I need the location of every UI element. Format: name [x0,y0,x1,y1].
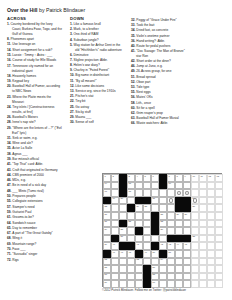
grid-cell[interactable]: 57 [103,273,111,281]
black-cell [127,242,135,250]
black-cell [127,204,135,212]
grid-cell[interactable]: 23 [103,204,111,212]
cell-number: 26 [192,205,195,208]
grid-cell[interactable]: 17 [103,189,111,197]
grid-cell[interactable]: 50 [151,250,159,258]
grid-cell[interactable]: 52 [103,258,111,266]
cell-number: 42 [160,243,163,246]
grid-cell[interactable] [183,227,191,235]
clue-number: 17. [7,64,12,68]
black-cell [167,235,175,243]
grid-cell[interactable] [167,189,175,197]
clue-number: 20. [7,84,12,88]
down-header: DOWN [70,16,84,21]
grid-cell[interactable] [199,242,207,250]
grid-cell[interactable] [215,212,223,220]
grid-cell[interactable] [127,273,135,281]
grid-cell[interactable] [151,258,159,266]
grid-cell[interactable] [143,227,151,235]
grid-cell[interactable]: 30 [183,212,191,220]
grid-cell[interactable] [199,197,207,205]
clue-number: 23. [7,95,12,99]
grid-cell[interactable]: 9 [183,174,191,182]
grid-cell[interactable] [199,227,207,235]
grid-cell[interactable] [207,220,215,228]
grid-cell[interactable]: 51 [167,250,175,258]
black-cell [135,227,143,235]
grid-cell[interactable] [175,250,183,258]
black-cell [151,242,159,250]
cell-number: 27 [104,213,107,216]
grid-cell[interactable] [159,204,167,212]
clue-item: 23. Where the Platte meets the Missouri [7,95,62,105]
across-header: ACROSS [7,16,26,21]
grid-cell[interactable] [135,273,143,281]
grid-cell[interactable] [159,280,167,288]
grid-cell[interactable]: 27 [103,212,111,220]
grid-cell[interactable] [127,258,135,266]
grid-cell[interactable] [183,182,191,190]
clue-item: 20. Baseball Hall of Famer, according to… [7,84,62,94]
clue-item: 15. Lassie : Timmy :: Astro : ___ [7,53,62,58]
grid-cell[interactable] [127,280,135,288]
grid-cell[interactable] [159,197,167,205]
puzzle-byline: by Patrick Blindauer [39,7,85,13]
grid-cell[interactable] [207,182,215,190]
grid-cell[interactable] [167,212,175,220]
grid-cell[interactable] [207,280,215,288]
grid-cell[interactable] [199,212,207,220]
grid-cell[interactable]: 60 [151,280,159,288]
grid-cell[interactable] [103,235,111,243]
grid-cell[interactable]: 11 [199,174,207,182]
grid-cell[interactable]: 34 [103,227,111,235]
grid-cell[interactable] [159,273,167,281]
grid-cell[interactable]: 15 [127,182,135,190]
grid-cell[interactable] [127,265,135,273]
grid-cell[interactable] [215,265,223,273]
clue-item: 17. Tennessee city named for an industri… [7,64,62,74]
grid-cell[interactable] [199,258,207,266]
grid-cell[interactable] [215,242,223,250]
clue-number: 33. [131,23,136,27]
clue-number: 70. [7,247,12,251]
grid-cell[interactable] [199,265,207,273]
grid-cell[interactable] [191,258,199,266]
clue-item: 30. Sense of self [70,120,125,125]
grid-cell[interactable] [143,220,151,228]
grid-cell[interactable] [111,227,119,235]
grid-cell[interactable]: 45 [183,242,191,250]
grid-cell[interactable] [215,258,223,266]
grid-cell[interactable] [183,280,191,288]
grid-cell[interactable] [119,258,127,266]
clue-item: 70. Faux ___ [7,247,62,252]
grid-cell[interactable]: 38 [191,235,199,243]
clue-number: 15. [7,53,12,57]
grid-cell[interactable] [111,258,119,266]
grid-cell[interactable] [215,220,223,228]
cell-number: 36 [160,228,163,231]
grid-cell[interactable] [175,265,183,273]
clue-item: 50. Prepares people [7,194,62,199]
grid-cell[interactable] [183,273,191,281]
clue-item: 42. Short order at the diner? [131,59,188,64]
grid-cell[interactable]: 49 [143,250,151,258]
grid-cell[interactable] [191,250,199,258]
grid-cell[interactable] [135,182,143,190]
grid-cell[interactable] [111,212,119,220]
grid-cell[interactable] [167,258,175,266]
black-cell [143,280,151,288]
clue-number: 46. [7,178,12,182]
clue-number: 8. [70,63,74,67]
cell-number: 2 [112,175,113,178]
grid-cell[interactable] [215,273,223,281]
grid-cell[interactable]: 14 [103,182,111,190]
grid-cell[interactable] [119,265,127,273]
clue-number: 21. [70,94,75,98]
grid-cell[interactable]: 16 [167,182,175,190]
grid-cell[interactable] [167,227,175,235]
clue-item: 22. Tiny bit [70,99,125,104]
clue-number: 48. [7,189,12,193]
grid-cell[interactable] [167,280,175,288]
clue-item: 60. Sit for a spell [131,106,188,111]
clue-number: 29. [70,115,75,119]
grid-cell[interactable]: 41 [135,242,143,250]
grid-cell[interactable] [199,250,207,258]
grid-cell[interactable]: 21 [151,197,159,205]
grid-cell[interactable] [127,212,135,220]
grid-cell[interactable]: 46 [111,250,119,258]
grid-cell[interactable]: 29 [175,212,183,220]
grid-cell[interactable] [175,220,183,228]
cell-number: 30 [184,213,187,216]
grid-cell[interactable]: 33 [159,220,167,228]
cell-number: 49 [144,251,147,254]
black-cell [119,174,127,182]
black-cell [135,197,143,205]
grid-cell[interactable]: 8 [175,174,183,182]
black-cell [135,250,143,258]
grid-cell[interactable] [111,273,119,281]
clue-item: 18. Heavenly homes [7,74,62,79]
grid-cell[interactable] [151,235,159,243]
grid-cell[interactable]: 44 [175,242,183,250]
cell-number: 48 [128,251,131,254]
grid-cell[interactable]: 55 [103,265,111,273]
grid-cell[interactable] [207,212,215,220]
grid-cell[interactable] [191,220,199,228]
grid-cell[interactable] [111,280,119,288]
grid-cell[interactable] [191,212,199,220]
clue-item: 52. Oboe part [131,80,188,85]
clue-item: 34. Dried fast, as concrete [131,28,188,33]
clue-item: 61. Grooms-to-be? [7,215,62,220]
clue-item: 24. Tiny islets / [Constructiveness resu… [7,105,62,115]
grid-cell[interactable] [199,189,207,197]
grid-cell[interactable] [207,258,215,266]
clue-item: 1. Country bordered by the Ivory Coast, … [7,22,62,37]
grid-cell[interactable]: 59 [103,280,111,288]
grid-cell[interactable] [175,258,183,266]
cell-number: 8 [176,175,177,178]
grid-cell[interactable] [135,212,143,220]
grid-cell[interactable] [199,280,207,288]
grid-cell[interactable] [191,182,199,190]
cell-number: 32 [128,220,131,223]
grid-cell[interactable] [143,235,151,243]
grid-cell[interactable] [175,273,183,281]
grid-cell[interactable]: 2 [111,174,119,182]
grid-cell[interactable] [191,280,199,288]
clue-item: 32. Peggy of "Grace Under Fire" [131,18,188,23]
clue-number: 67. [7,231,12,235]
clue-number: 50. [7,194,12,198]
clue-number: 47. [7,183,12,187]
grid-cell[interactable]: 53 [135,258,143,266]
clue-item: 72. Rigs [7,258,62,263]
cell-number: 17 [104,190,107,193]
grid-cell[interactable] [207,204,215,212]
clue-number: 3. [70,32,74,36]
clue-item: 2. Mark, to a brother [70,27,125,32]
cell-number: 50 [152,251,155,254]
grid-cell[interactable]: 56 [151,265,159,273]
grid-cell[interactable] [207,227,215,235]
clue-number: 49. [131,69,136,73]
black-cell [103,250,111,258]
grid-cell[interactable]: 37 [119,235,127,243]
clue-item: 55. Collegiate extensions [7,199,62,204]
grid-cell[interactable] [111,220,119,228]
cell-number: 35 [120,228,123,231]
grid-cell[interactable] [111,265,119,273]
black-cell [119,220,127,228]
grid-cell[interactable] [191,273,199,281]
grid-cell[interactable]: 28 [159,212,167,220]
clue-item: 68. Wing it [7,236,62,241]
grid-cell[interactable] [215,280,223,288]
grid-cell[interactable] [183,189,191,197]
grid-cell[interactable] [183,258,191,266]
clue-number: 60. [131,106,136,110]
clue-number: 18. [7,74,12,78]
grid-cell[interactable]: 32 [127,220,135,228]
grid-cell[interactable] [151,204,159,212]
grid-cell[interactable] [159,235,167,243]
grid-cell[interactable] [175,189,183,197]
grid-cell[interactable] [135,189,143,197]
grid-cell[interactable] [119,204,127,212]
grid-cell[interactable] [143,212,151,220]
cell-number: 10 [192,175,195,178]
grid-cell[interactable]: 6 [151,174,159,182]
black-cell [119,182,127,190]
clue-item: 43. Craft that originated in Germany [7,168,62,173]
grid-cell[interactable] [135,265,143,273]
grid-cell[interactable]: 19 [111,197,119,205]
grid-cell[interactable] [207,197,215,205]
grid-cell[interactable]: 42 [159,242,167,250]
clue-item: 31. Sink or swim, e.g. [7,136,62,141]
grid-cell[interactable]: 48 [127,250,135,258]
grid-cell[interactable] [215,235,223,243]
clue-number: 36. [131,39,136,43]
grid-cell[interactable] [127,235,135,243]
grid-cell[interactable] [111,182,119,190]
grid-cell[interactable] [119,212,127,220]
grid-cell[interactable] [199,273,207,281]
cell-number: 46 [112,251,115,254]
clue-number: 19. [7,79,12,83]
grid-cell[interactable] [175,182,183,190]
grid-cell[interactable]: 43 [167,242,175,250]
grid-cell[interactable] [207,189,215,197]
clue-number: 22. [70,99,75,103]
clue-item: 41. "Top That" card: Abbr. [7,162,62,167]
grid-cell[interactable] [143,258,151,266]
grid-cell[interactable]: 39 [103,242,111,250]
grid-cell[interactable] [215,250,223,258]
grid-cell[interactable] [191,242,199,250]
clue-number: 24. [7,105,12,109]
grid-cell[interactable]: 47 [119,250,127,258]
cell-number: 15 [128,182,131,185]
grid-cell[interactable]: 13 [215,174,223,182]
grid-cell[interactable] [167,197,175,205]
grid-cell[interactable] [183,220,191,228]
grid-cell[interactable] [215,189,223,197]
grid-cell[interactable] [143,189,151,197]
grid-cell[interactable]: 40 [111,242,119,250]
grid-cell[interactable]: 58 [151,273,159,281]
clue-number: 63. [131,116,136,120]
clue-number: 55. [131,90,136,94]
grid-cell[interactable] [215,227,223,235]
black-cell [159,182,167,190]
grid-cell[interactable] [167,220,175,228]
clue-number: 41. [7,162,12,166]
grid-cell[interactable]: 5 [143,174,151,182]
cell-number: 4 [136,175,137,178]
grid-cell[interactable] [127,227,135,235]
grid-cell[interactable] [119,273,127,281]
grid-cell[interactable] [111,204,119,212]
grid-cell[interactable] [135,280,143,288]
grid-cell[interactable] [199,235,207,243]
clue-item: 58. Lith., once [131,101,188,106]
grid-cell[interactable] [215,197,223,205]
grid-cell[interactable]: 10 [191,174,199,182]
grid-cell[interactable]: 54 [159,258,167,266]
clue-number: 46. [131,64,136,68]
clue-item: 51. Bread spread [131,75,188,80]
clue-item: 16. Course of study for Elle Woods [7,58,62,63]
grid-cell[interactable] [175,280,183,288]
grid-cell[interactable] [215,182,223,190]
clue-item: 29. "Where are the knives of ...?" ("Evi… [7,126,62,136]
grid-cell[interactable] [183,250,191,258]
grid-cell[interactable] [127,197,135,205]
grid-cell[interactable]: 7 [167,174,175,182]
grid-cell[interactable]: 24 [135,204,143,212]
clue-item: 14. Short assignment for a sub? [7,48,62,53]
grid-cell[interactable] [159,189,167,197]
grid-cell[interactable] [167,265,175,273]
cell-number: 14 [104,182,107,185]
grid-cell[interactable] [207,250,215,258]
grid-cell[interactable] [199,182,207,190]
clue-number: 29. [7,126,12,130]
grid-cell[interactable]: 12 [207,174,215,182]
grid-cell[interactable] [151,182,159,190]
grid-cell[interactable] [135,220,143,228]
cell-number: 16 [168,182,171,185]
grid-cell[interactable] [199,204,207,212]
cell-number: 3 [128,175,129,178]
cell-number: 7 [168,175,169,178]
grid-cell[interactable] [111,189,119,197]
cell-number: 21 [152,197,155,200]
clue-item: 38. Agnus ___ [7,152,62,157]
grid-cell[interactable] [143,242,151,250]
clue-number: 66. [131,121,136,125]
grid-cell[interactable] [143,182,151,190]
grid-cell[interactable] [159,265,167,273]
grid-cell[interactable] [135,235,143,243]
clue-number: 40. [131,44,136,48]
grid-cell[interactable]: 26 [191,204,199,212]
grid-cell[interactable]: 22 [191,197,199,205]
grid-cell[interactable]: 25 [143,204,151,212]
grid-cell[interactable] [215,204,223,212]
grid-cell[interactable] [119,280,127,288]
grid-cell[interactable] [183,265,191,273]
grid-cell[interactable] [167,273,175,281]
grid-cell[interactable]: 31 [103,220,111,228]
grid-cell[interactable]: 4 [135,174,143,182]
clue-number: 6. [70,53,74,57]
clue-item: 33. Took the bait [131,23,188,28]
grid-cell[interactable]: 20 [119,197,127,205]
clue-item: 6. Diminutive [70,53,125,58]
grid-cell[interactable]: 3 [127,174,135,182]
clue-number: 26. [7,115,12,119]
grid-cell[interactable] [199,220,207,228]
grid-cell[interactable] [207,265,215,273]
grid-cell[interactable]: 35 [119,227,127,235]
clue-number: 34. [131,28,136,32]
grid-cell[interactable] [207,242,215,250]
grid-cell[interactable] [175,227,183,235]
grid-cell[interactable] [207,273,215,281]
cell-number: 1 [104,175,105,178]
grid-cell[interactable]: 36 [159,227,167,235]
grid-cell[interactable]: 18 [127,189,135,197]
circle-marker [169,198,174,203]
grid-cell[interactable] [167,204,175,212]
grid-cell[interactable] [191,265,199,273]
grid-cell[interactable] [151,189,159,197]
grid-cell[interactable]: 1 [103,174,111,182]
cell-number: 43 [168,243,171,246]
grid-cell[interactable] [207,235,215,243]
grid-cell[interactable] [191,227,199,235]
clue-number: 25. [70,105,75,109]
grid-cell[interactable] [191,189,199,197]
